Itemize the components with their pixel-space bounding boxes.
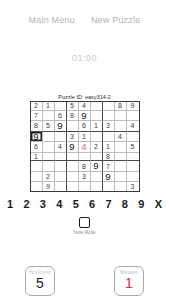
top-nav: Main Menu New Puzzle: [0, 15, 169, 25]
cell-r7c6[interactable]: 9: [91, 161, 103, 172]
cell-r8c7[interactable]: 9: [103, 172, 115, 183]
cell-r1c7[interactable]: [103, 102, 115, 111]
cell-r3c2[interactable]: 5: [43, 121, 55, 132]
numpad-9[interactable]: 9: [138, 198, 144, 210]
cell-r6c1[interactable]: 1: [31, 153, 43, 162]
cell-r5c3[interactable]: 4: [55, 142, 67, 153]
cell-r5c4[interactable]: 9: [67, 142, 79, 153]
cell-r8c1[interactable]: [31, 172, 43, 183]
numpad-erase[interactable]: X: [155, 198, 162, 210]
cell-r4c1[interactable]: 9: [31, 132, 43, 143]
cell-r2c1[interactable]: 7: [31, 111, 43, 122]
cell-r9c4[interactable]: [67, 182, 79, 191]
cell-r3c3[interactable]: 9: [55, 121, 67, 132]
cell-r8c5[interactable]: 3: [79, 172, 91, 183]
cell-r6c4[interactable]: [67, 153, 79, 162]
cell-r3c6[interactable]: 1: [91, 121, 103, 132]
cell-r4c9[interactable]: [127, 132, 139, 143]
cell-r1c2[interactable]: 1: [43, 102, 55, 111]
numpad-2[interactable]: 2: [23, 198, 29, 210]
cell-r2c8[interactable]: [115, 111, 127, 122]
cell-r8c4[interactable]: [67, 172, 79, 183]
cell-r2c6[interactable]: [91, 111, 103, 122]
cell-r5c9[interactable]: 5: [127, 142, 139, 153]
numpad-8[interactable]: 8: [122, 198, 128, 210]
cell-r9c7[interactable]: [103, 182, 115, 191]
cell-r6c5[interactable]: [79, 153, 91, 162]
cell-r6c3[interactable]: [55, 153, 67, 162]
cell-r4c2[interactable]: [43, 132, 55, 143]
cell-r1c8[interactable]: 8: [115, 102, 127, 111]
main-menu-link[interactable]: Main Menu: [29, 15, 75, 25]
cell-r2c2[interactable]: [43, 111, 55, 122]
cell-r6c8[interactable]: [115, 153, 127, 162]
cell-r8c3[interactable]: [55, 172, 67, 183]
cell-r3c5[interactable]: 6: [79, 121, 91, 132]
cell-r4c3[interactable]: [55, 132, 67, 143]
cell-r7c2[interactable]: [43, 161, 55, 172]
cell-r1c6[interactable]: [91, 102, 103, 111]
note-mode-control: Note Mode: [0, 217, 169, 235]
puzzle-id-label: Puzzle ID: easy314-2: [0, 94, 169, 100]
cell-r2c7[interactable]: [103, 111, 115, 122]
cell-r1c3[interactable]: [55, 102, 67, 111]
cell-r7c3[interactable]: [55, 161, 67, 172]
cell-r2c9[interactable]: [127, 111, 139, 122]
number-pad: 123456789X: [0, 198, 169, 210]
cell-r1c9[interactable]: 9: [127, 102, 139, 111]
cell-r4c7[interactable]: [103, 132, 115, 143]
cell-r9c3[interactable]: [55, 182, 67, 191]
cell-r6c9[interactable]: [127, 153, 139, 162]
status-badges: Hint Points 5 Mistakes 1: [0, 266, 169, 296]
cell-r8c9[interactable]: [127, 172, 139, 183]
cell-r9c2[interactable]: 9: [43, 182, 55, 191]
cell-r3c9[interactable]: 4: [127, 121, 139, 132]
numpad-3[interactable]: 3: [40, 198, 46, 210]
cell-r6c2[interactable]: [43, 153, 55, 162]
mistakes-value: 1: [125, 276, 133, 290]
numpad-4[interactable]: 4: [56, 198, 62, 210]
cell-r7c4[interactable]: [67, 161, 79, 172]
cell-r3c4[interactable]: [67, 121, 79, 132]
cell-r8c2[interactable]: 2: [43, 172, 55, 183]
cell-r2c4[interactable]: 8: [67, 111, 79, 122]
cell-r5c6[interactable]: 2: [91, 142, 103, 153]
cell-r7c9[interactable]: [127, 161, 139, 172]
cell-r7c8[interactable]: [115, 161, 127, 172]
numpad-1[interactable]: 1: [7, 198, 13, 210]
cell-r6c7[interactable]: 8: [103, 153, 115, 162]
cell-r5c8[interactable]: [115, 142, 127, 153]
cell-r5c1[interactable]: 6: [31, 142, 43, 153]
cell-r1c1[interactable]: 2: [31, 102, 43, 111]
cell-r8c6[interactable]: [91, 172, 103, 183]
hint-points-value: 5: [36, 276, 44, 290]
note-mode-checkbox[interactable]: [79, 217, 90, 228]
cell-r9c1[interactable]: [31, 182, 43, 191]
note-mode-label: Note Mode: [73, 230, 95, 235]
cell-r5c2[interactable]: [43, 142, 55, 153]
cell-r9c8[interactable]: [115, 182, 127, 191]
mistakes-badge: Mistakes 1: [114, 266, 144, 296]
cell-r3c8[interactable]: [115, 121, 127, 132]
new-puzzle-link[interactable]: New Puzzle: [91, 15, 141, 25]
cell-r7c1[interactable]: [31, 161, 43, 172]
sudoku-board: 21548976898596134931464942151889723993: [30, 101, 140, 192]
numpad-6[interactable]: 6: [89, 198, 95, 210]
cell-r5c5[interactable]: 4: [79, 142, 91, 153]
cell-r3c7[interactable]: 3: [103, 121, 115, 132]
cell-r7c5[interactable]: 8: [79, 161, 91, 172]
cell-r9c9[interactable]: 3: [127, 182, 139, 191]
cell-r4c8[interactable]: 4: [115, 132, 127, 143]
hint-points-badge[interactable]: Hint Points 5: [25, 266, 55, 296]
numpad-5[interactable]: 5: [73, 198, 79, 210]
cell-r5c7[interactable]: 1: [103, 142, 115, 153]
cell-r1c4[interactable]: 5: [67, 102, 79, 111]
cell-r8c8[interactable]: [115, 172, 127, 183]
timer: 01:00: [0, 53, 169, 63]
cell-r9c5[interactable]: [79, 182, 91, 191]
cell-r2c5[interactable]: 9: [79, 111, 91, 122]
numpad-7[interactable]: 7: [105, 198, 111, 210]
cell-r4c6[interactable]: [91, 132, 103, 143]
cell-r9c6[interactable]: [91, 182, 103, 191]
